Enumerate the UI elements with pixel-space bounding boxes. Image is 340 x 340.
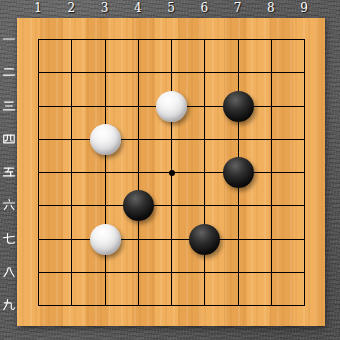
intersection-2-1[interactable] [55,23,88,56]
intersection-6-8[interactable] [188,256,221,289]
grid [38,39,305,306]
intersection-8-2[interactable] [255,56,288,89]
intersection-3-7[interactable] [89,223,122,256]
intersection-9-5[interactable] [288,156,321,189]
intersection-4-3[interactable] [122,90,155,123]
intersection-1-9[interactable] [22,289,55,322]
intersection-5-7[interactable] [155,223,188,256]
intersection-2-5[interactable] [55,156,88,189]
intersection-3-6[interactable] [89,189,122,222]
intersection-8-7[interactable] [255,223,288,256]
intersection-2-2[interactable] [55,56,88,89]
intersection-7-8[interactable] [222,256,255,289]
intersection-7-4[interactable] [222,123,255,156]
column-label-9: 9 [294,0,314,16]
intersection-2-4[interactable] [55,123,88,156]
intersection-1-7[interactable] [22,223,55,256]
intersection-6-7[interactable] [188,223,221,256]
goban [17,18,325,326]
intersection-9-2[interactable] [288,56,321,89]
row-label-4: 四 [2,132,16,146]
row-label-7: 七 [2,232,16,246]
column-label-5: 5 [161,0,181,16]
row-label-3: 三 [2,99,16,113]
row-label-8: 八 [2,265,16,279]
row-label-5: 五 [2,165,16,179]
intersection-8-8[interactable] [255,256,288,289]
intersection-4-8[interactable] [122,256,155,289]
intersection-2-9[interactable] [55,289,88,322]
intersection-1-1[interactable] [22,23,55,56]
intersection-8-4[interactable] [255,123,288,156]
intersection-8-6[interactable] [255,189,288,222]
intersection-9-1[interactable] [288,23,321,56]
row-label-6: 六 [2,198,16,212]
intersection-3-3[interactable] [89,90,122,123]
row-label-1: 一 [2,32,16,46]
intersection-1-6[interactable] [22,189,55,222]
intersection-7-2[interactable] [222,56,255,89]
intersection-1-4[interactable] [22,123,55,156]
row-label-9: 九 [2,298,16,312]
intersection-3-8[interactable] [89,256,122,289]
intersection-4-1[interactable] [122,23,155,56]
intersection-6-5[interactable] [188,156,221,189]
kanji-numeral-icon [2,198,16,212]
white-stone [90,224,121,255]
intersection-1-5[interactable] [22,156,55,189]
intersection-3-5[interactable] [89,156,122,189]
intersection-6-9[interactable] [188,289,221,322]
kanji-numeral-icon [2,99,16,113]
intersection-9-6[interactable] [288,189,321,222]
intersection-7-7[interactable] [222,223,255,256]
intersection-4-4[interactable] [122,123,155,156]
kanji-numeral-icon [2,32,16,46]
kanji-numeral-icon [2,165,16,179]
intersection-9-7[interactable] [288,223,321,256]
intersection-2-7[interactable] [55,223,88,256]
row-label-2: 二 [2,65,16,79]
column-label-6: 6 [194,0,214,16]
intersection-8-1[interactable] [255,23,288,56]
intersection-5-8[interactable] [155,256,188,289]
intersection-7-9[interactable] [222,289,255,322]
intersection-9-3[interactable] [288,90,321,123]
intersection-6-1[interactable] [188,23,221,56]
intersection-3-9[interactable] [89,289,122,322]
intersection-4-2[interactable] [122,56,155,89]
goban-diagram: 123456789 一二三四五六七八九 [0,0,340,340]
kanji-numeral-icon [2,65,16,79]
intersection-2-3[interactable] [55,90,88,123]
intersection-5-4[interactable] [155,123,188,156]
intersection-4-6[interactable] [122,189,155,222]
intersection-9-9[interactable] [288,289,321,322]
intersection-8-5[interactable] [255,156,288,189]
intersection-8-9[interactable] [255,289,288,322]
column-label-7: 7 [228,0,248,16]
intersection-7-5[interactable] [222,156,255,189]
intersection-9-4[interactable] [288,123,321,156]
intersection-3-2[interactable] [89,56,122,89]
intersection-4-5[interactable] [122,156,155,189]
black-stone [223,91,254,122]
intersection-6-3[interactable] [188,90,221,123]
intersection-1-2[interactable] [22,56,55,89]
black-stone [123,190,154,221]
intersection-5-3[interactable] [155,90,188,123]
intersection-4-7[interactable] [122,223,155,256]
intersection-4-9[interactable] [122,289,155,322]
intersection-7-3[interactable] [222,90,255,123]
white-stone [156,91,187,122]
kanji-numeral-icon [2,298,16,312]
intersection-7-1[interactable] [222,23,255,56]
intersection-8-3[interactable] [255,90,288,123]
white-stone [90,124,121,155]
intersection-5-5[interactable] [155,156,188,189]
intersection-5-1[interactable] [155,23,188,56]
intersection-2-8[interactable] [55,256,88,289]
intersection-3-1[interactable] [89,23,122,56]
column-label-2: 2 [61,0,81,16]
intersection-1-8[interactable] [22,256,55,289]
intersection-7-6[interactable] [222,189,255,222]
intersection-5-9[interactable] [155,289,188,322]
intersection-6-2[interactable] [188,56,221,89]
intersection-1-3[interactable] [22,90,55,123]
kanji-numeral-icon [2,132,16,146]
intersection-6-6[interactable] [188,189,221,222]
intersection-3-4[interactable] [89,123,122,156]
intersection-2-6[interactable] [55,189,88,222]
black-stone [223,157,254,188]
kanji-numeral-icon [2,232,16,246]
intersection-5-2[interactable] [155,56,188,89]
intersection-5-6[interactable] [155,189,188,222]
kanji-numeral-icon [2,265,16,279]
intersection-9-8[interactable] [288,256,321,289]
black-stone [189,224,220,255]
column-label-4: 4 [128,0,148,16]
column-label-1: 1 [28,0,48,16]
column-label-3: 3 [95,0,115,16]
intersection-6-4[interactable] [188,123,221,156]
column-label-8: 8 [261,0,281,16]
